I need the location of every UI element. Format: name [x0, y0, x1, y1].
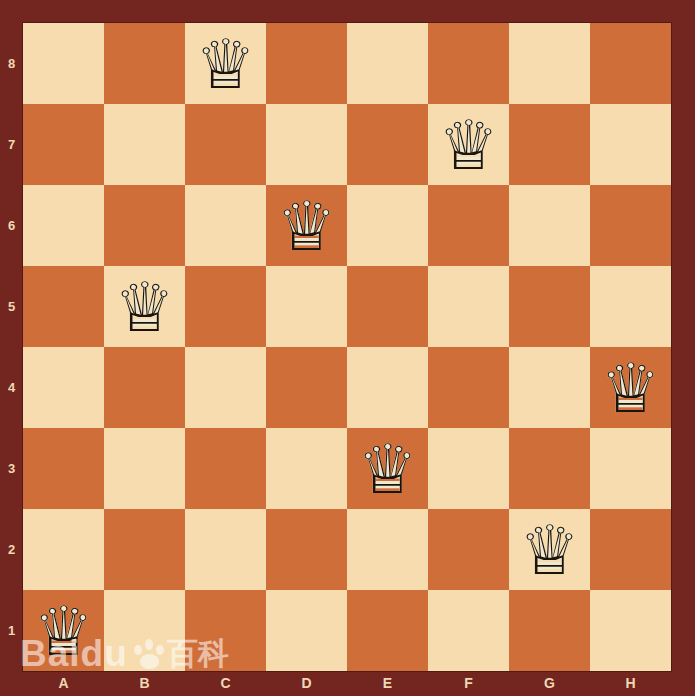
square-g2: ♛♕: [509, 509, 590, 590]
square-d1: [266, 590, 347, 671]
square-g3: [509, 428, 590, 509]
square-e1: [347, 590, 428, 671]
square-c3: [185, 428, 266, 509]
square-f7: ♛♕: [428, 104, 509, 185]
rank-label-8: 8: [0, 23, 23, 104]
square-c5: [185, 266, 266, 347]
square-f5: [428, 266, 509, 347]
square-f2: [428, 509, 509, 590]
square-g7: [509, 104, 590, 185]
board: ♛♕♛♕♛♕♛♕♛♕♛♕♛♕♛♕: [23, 23, 671, 671]
rank-label-5: 5: [0, 266, 23, 347]
square-g5: [509, 266, 590, 347]
square-f4: [428, 347, 509, 428]
square-h8: [590, 23, 671, 104]
white-queen: ♛♕: [590, 347, 671, 428]
square-e2: [347, 509, 428, 590]
square-g1: [509, 590, 590, 671]
chessboard-diagram: ♛♕♛♕♛♕♛♕♛♕♛♕♛♕♛♕ 87654321 ABCDEFGH Baidu…: [0, 0, 695, 696]
square-h4: ♛♕: [590, 347, 671, 428]
square-b5: ♛♕: [104, 266, 185, 347]
file-label-b: B: [104, 671, 185, 696]
square-h6: [590, 185, 671, 266]
square-e4: [347, 347, 428, 428]
rank-label-4: 4: [0, 347, 23, 428]
square-d8: [266, 23, 347, 104]
square-b2: [104, 509, 185, 590]
square-b4: [104, 347, 185, 428]
square-f8: [428, 23, 509, 104]
square-e7: [347, 104, 428, 185]
rank-label-3: 3: [0, 428, 23, 509]
square-a6: [23, 185, 104, 266]
rank-label-2: 2: [0, 509, 23, 590]
square-c7: [185, 104, 266, 185]
square-d6: ♛♕: [266, 185, 347, 266]
square-f3: [428, 428, 509, 509]
square-a8: [23, 23, 104, 104]
square-d4: [266, 347, 347, 428]
square-a4: [23, 347, 104, 428]
file-label-h: H: [590, 671, 671, 696]
square-a2: [23, 509, 104, 590]
white-queen: ♛♕: [23, 590, 104, 671]
square-d5: [266, 266, 347, 347]
white-queen: ♛♕: [509, 509, 590, 590]
file-label-a: A: [23, 671, 104, 696]
white-queen: ♛♕: [428, 104, 509, 185]
rank-label-6: 6: [0, 185, 23, 266]
square-c4: [185, 347, 266, 428]
rank-label-1: 1: [0, 590, 23, 671]
square-b6: [104, 185, 185, 266]
square-d3: [266, 428, 347, 509]
file-label-e: E: [347, 671, 428, 696]
square-c2: [185, 509, 266, 590]
file-labels: ABCDEFGH: [23, 671, 671, 696]
white-queen: ♛♕: [266, 185, 347, 266]
rank-label-7: 7: [0, 104, 23, 185]
square-e5: [347, 266, 428, 347]
square-b3: [104, 428, 185, 509]
file-label-f: F: [428, 671, 509, 696]
square-b7: [104, 104, 185, 185]
square-h3: [590, 428, 671, 509]
square-e3: ♛♕: [347, 428, 428, 509]
square-h7: [590, 104, 671, 185]
square-c1: [185, 590, 266, 671]
square-b1: [104, 590, 185, 671]
square-g4: [509, 347, 590, 428]
square-e6: [347, 185, 428, 266]
rank-labels: 87654321: [0, 23, 23, 671]
square-h2: [590, 509, 671, 590]
square-h5: [590, 266, 671, 347]
square-a5: [23, 266, 104, 347]
square-g8: [509, 23, 590, 104]
square-b8: [104, 23, 185, 104]
square-c6: [185, 185, 266, 266]
file-label-d: D: [266, 671, 347, 696]
white-queen: ♛♕: [347, 428, 428, 509]
square-d7: [266, 104, 347, 185]
file-label-g: G: [509, 671, 590, 696]
square-a3: [23, 428, 104, 509]
square-a7: [23, 104, 104, 185]
square-e8: [347, 23, 428, 104]
square-h1: [590, 590, 671, 671]
square-c8: ♛♕: [185, 23, 266, 104]
square-f6: [428, 185, 509, 266]
square-a1: ♛♕: [23, 590, 104, 671]
white-queen: ♛♕: [185, 23, 266, 104]
square-d2: [266, 509, 347, 590]
white-queen: ♛♕: [104, 266, 185, 347]
file-label-c: C: [185, 671, 266, 696]
square-g6: [509, 185, 590, 266]
square-f1: [428, 590, 509, 671]
